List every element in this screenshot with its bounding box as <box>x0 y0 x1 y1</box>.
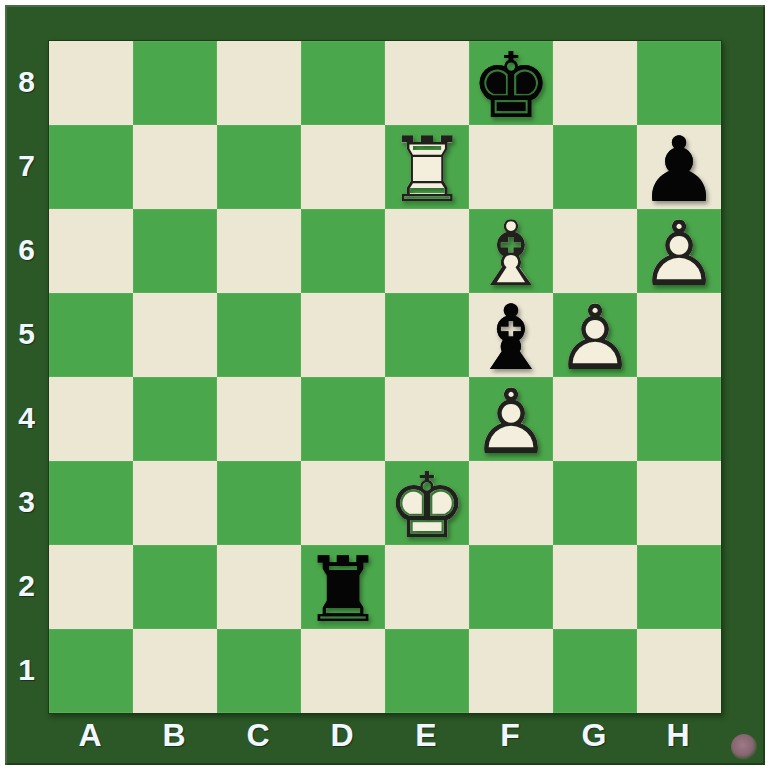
square-e1[interactable] <box>385 629 469 713</box>
black-rook-glyph-outline: ♜ <box>303 545 384 635</box>
square-f8[interactable]: ♚♚ <box>469 41 553 125</box>
rank-label-5: 5 <box>5 292 48 376</box>
white-pawn[interactable]: ♟♙ <box>637 209 721 293</box>
square-a7[interactable] <box>49 125 133 209</box>
square-e3[interactable]: ♚♔ <box>385 461 469 545</box>
square-e5[interactable] <box>385 293 469 377</box>
square-b7[interactable] <box>133 125 217 209</box>
square-f6[interactable]: ♝♗ <box>469 209 553 293</box>
black-king-glyph-outline: ♚ <box>471 41 552 131</box>
square-c3[interactable] <box>217 461 301 545</box>
black-bishop[interactable]: ♝♝ <box>469 293 553 377</box>
white-king[interactable]: ♚♔ <box>385 461 469 545</box>
square-d6[interactable] <box>301 209 385 293</box>
square-b2[interactable] <box>133 545 217 629</box>
rank-label-2: 2 <box>5 544 48 628</box>
square-d8[interactable] <box>301 41 385 125</box>
square-e2[interactable] <box>385 545 469 629</box>
square-b4[interactable] <box>133 377 217 461</box>
square-a2[interactable] <box>49 545 133 629</box>
square-c2[interactable] <box>217 545 301 629</box>
board: ♚♚♜♖♟♟♝♗♟♙♝♝♟♙♟♙♚♔♜♜ <box>48 40 722 714</box>
board-frame: 87654321 ♚♚♜♖♟♟♝♗♟♙♝♝♟♙♟♙♚♔♜♜ ABCDEFGH <box>5 5 765 765</box>
square-g8[interactable] <box>553 41 637 125</box>
rank-label-8: 8 <box>5 40 48 124</box>
square-b3[interactable] <box>133 461 217 545</box>
square-h7[interactable]: ♟♟ <box>637 125 721 209</box>
square-c7[interactable] <box>217 125 301 209</box>
square-d1[interactable] <box>301 629 385 713</box>
square-f5[interactable]: ♝♝ <box>469 293 553 377</box>
white-pawn[interactable]: ♟♙ <box>553 293 637 377</box>
square-g7[interactable] <box>553 125 637 209</box>
square-h5[interactable] <box>637 293 721 377</box>
square-b1[interactable] <box>133 629 217 713</box>
square-g4[interactable] <box>553 377 637 461</box>
white-pawn-glyph-outline: ♙ <box>555 293 636 383</box>
square-b6[interactable] <box>133 209 217 293</box>
rank-label-6: 6 <box>5 208 48 292</box>
white-pawn-glyph-outline: ♙ <box>639 209 720 299</box>
rank-label-7: 7 <box>5 124 48 208</box>
white-rook-glyph-outline: ♖ <box>387 125 468 215</box>
square-f7[interactable] <box>469 125 553 209</box>
white-king-glyph-outline: ♔ <box>387 461 468 551</box>
square-d4[interactable] <box>301 377 385 461</box>
white-pawn-glyph-outline: ♙ <box>471 377 552 467</box>
square-d3[interactable] <box>301 461 385 545</box>
square-a8[interactable] <box>49 41 133 125</box>
square-b5[interactable] <box>133 293 217 377</box>
file-labels: ABCDEFGH <box>48 709 720 761</box>
square-a3[interactable] <box>49 461 133 545</box>
file-label-a: A <box>48 709 132 761</box>
square-b8[interactable] <box>133 41 217 125</box>
square-g3[interactable] <box>553 461 637 545</box>
square-d2[interactable]: ♜♜ <box>301 545 385 629</box>
square-g2[interactable] <box>553 545 637 629</box>
square-a1[interactable] <box>49 629 133 713</box>
square-h3[interactable] <box>637 461 721 545</box>
file-label-c: C <box>216 709 300 761</box>
square-h8[interactable] <box>637 41 721 125</box>
square-c4[interactable] <box>217 377 301 461</box>
square-f4[interactable]: ♟♙ <box>469 377 553 461</box>
square-a5[interactable] <box>49 293 133 377</box>
square-e7[interactable]: ♜♖ <box>385 125 469 209</box>
square-f1[interactable] <box>469 629 553 713</box>
square-e8[interactable] <box>385 41 469 125</box>
square-g6[interactable] <box>553 209 637 293</box>
watermark-dot-icon <box>731 734 757 760</box>
square-c1[interactable] <box>217 629 301 713</box>
square-d7[interactable] <box>301 125 385 209</box>
square-c6[interactable] <box>217 209 301 293</box>
file-label-e: E <box>384 709 468 761</box>
square-h1[interactable] <box>637 629 721 713</box>
file-label-g: G <box>552 709 636 761</box>
black-pawn[interactable]: ♟♟ <box>637 125 721 209</box>
square-d5[interactable] <box>301 293 385 377</box>
white-pawn[interactable]: ♟♙ <box>469 377 553 461</box>
square-a6[interactable] <box>49 209 133 293</box>
square-f3[interactable] <box>469 461 553 545</box>
file-label-f: F <box>468 709 552 761</box>
rank-labels: 87654321 <box>5 40 48 712</box>
square-e4[interactable] <box>385 377 469 461</box>
square-c8[interactable] <box>217 41 301 125</box>
file-label-h: H <box>636 709 720 761</box>
square-h6[interactable]: ♟♙ <box>637 209 721 293</box>
rank-label-4: 4 <box>5 376 48 460</box>
square-g5[interactable]: ♟♙ <box>553 293 637 377</box>
square-g1[interactable] <box>553 629 637 713</box>
square-h4[interactable] <box>637 377 721 461</box>
file-label-d: D <box>300 709 384 761</box>
square-a4[interactable] <box>49 377 133 461</box>
square-h2[interactable] <box>637 545 721 629</box>
square-c5[interactable] <box>217 293 301 377</box>
white-rook[interactable]: ♜♖ <box>385 125 469 209</box>
square-f2[interactable] <box>469 545 553 629</box>
rank-label-1: 1 <box>5 628 48 712</box>
black-rook[interactable]: ♜♜ <box>301 545 385 629</box>
file-label-b: B <box>132 709 216 761</box>
white-bishop[interactable]: ♝♗ <box>469 209 553 293</box>
rank-label-3: 3 <box>5 460 48 544</box>
square-e6[interactable] <box>385 209 469 293</box>
black-king[interactable]: ♚♚ <box>469 41 553 125</box>
